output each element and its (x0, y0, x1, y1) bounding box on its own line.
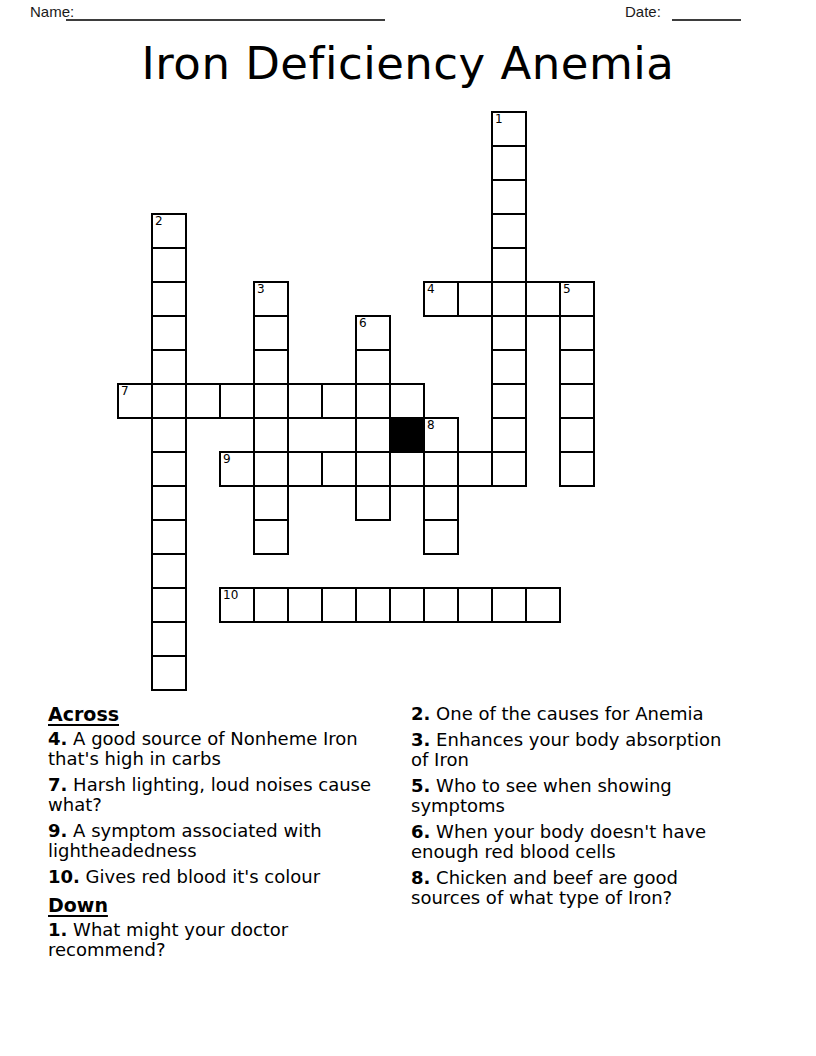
clue-5-line-2: symptoms (411, 796, 751, 816)
grid-cell[interactable] (151, 247, 187, 283)
clue-number: 5 (563, 283, 571, 296)
grid-cell[interactable]: 8 (423, 417, 459, 453)
date-blank-line (672, 19, 741, 21)
grid-cell[interactable] (151, 519, 187, 555)
grid-cell[interactable] (355, 349, 391, 385)
grid-cell[interactable]: 5 (559, 281, 595, 317)
crossword-grid: 12345678910 (117, 111, 595, 691)
clue-number: 4 (427, 283, 435, 296)
grid-cell[interactable] (559, 315, 595, 351)
grid-cell[interactable] (219, 383, 255, 419)
grid-cell[interactable] (423, 587, 459, 623)
clue-1: 1. What might your doctorrecommend? (48, 920, 408, 960)
clue-7-number: 7. (48, 774, 67, 795)
grid-cell[interactable] (151, 655, 187, 691)
down-clues-left: 1. What might your doctorrecommend? (48, 920, 408, 960)
grid-cell[interactable] (491, 349, 527, 385)
grid-cell[interactable] (491, 587, 527, 623)
clue-8-line-2: sources of what type of Iron? (411, 888, 751, 908)
clue-5-number: 5. (411, 775, 430, 796)
clue-4-line-1: 4. A good source of Nonheme Iron (48, 729, 408, 749)
grid-cell[interactable] (151, 451, 187, 487)
clue-5-line-1: 5. Who to see when showing (411, 776, 751, 796)
grid-cell[interactable] (151, 587, 187, 623)
clue-4-line-2: that's high in carbs (48, 749, 408, 769)
grid-cell[interactable] (253, 485, 289, 521)
grid-cell[interactable]: 2 (151, 213, 187, 249)
grid-cell[interactable] (151, 553, 187, 589)
grid-cell[interactable]: 10 (219, 587, 255, 623)
clue-10: 10. Gives red blood it's colour (48, 867, 408, 887)
black-cell (389, 417, 425, 453)
grid-cell[interactable] (355, 451, 391, 487)
grid-cell[interactable] (559, 451, 595, 487)
clue-6-line-1: 6. When your body doesn't have (411, 822, 751, 842)
grid-cell[interactable]: 1 (491, 111, 527, 147)
clue-5: 5. Who to see when showingsymptoms (411, 776, 751, 816)
grid-cell[interactable] (423, 451, 459, 487)
grid-cell[interactable] (253, 519, 289, 555)
clue-number: 1 (495, 113, 503, 126)
clue-1-line-1: 1. What might your doctor (48, 920, 408, 940)
clue-number: 9 (223, 453, 231, 466)
down-heading: Down (48, 893, 408, 917)
grid-cell[interactable] (423, 485, 459, 521)
grid-cell[interactable] (457, 281, 493, 317)
clue-3-line-2: of Iron (411, 750, 751, 770)
grid-cell[interactable]: 3 (253, 281, 289, 317)
clue-number: 7 (121, 385, 129, 398)
down-clues-right: 2. One of the causes for Anemia3. Enhanc… (411, 704, 751, 908)
clue-4: 4. A good source of Nonheme Ironthat's h… (48, 729, 408, 769)
clue-9-number: 9. (48, 820, 67, 841)
grid-cell[interactable] (559, 383, 595, 419)
grid-cell[interactable] (151, 485, 187, 521)
grid-cell[interactable] (287, 451, 323, 487)
grid-cell[interactable] (355, 417, 391, 453)
grid-cell[interactable] (389, 587, 425, 623)
clue-4-number: 4. (48, 728, 67, 749)
grid-cell[interactable] (355, 485, 391, 521)
grid-cell[interactable] (559, 349, 595, 385)
grid-cell[interactable] (491, 451, 527, 487)
grid-cell[interactable] (253, 587, 289, 623)
clue-6-number: 6. (411, 821, 430, 842)
clue-number: 10 (223, 589, 238, 602)
grid-cell[interactable] (253, 451, 289, 487)
clue-9: 9. A symptom associated withlightheadedn… (48, 821, 408, 861)
grid-cell[interactable] (389, 451, 425, 487)
grid-cell[interactable] (525, 281, 561, 317)
grid-cell[interactable] (355, 587, 391, 623)
grid-cell[interactable] (457, 587, 493, 623)
clue-6-line-2: enough red blood cells (411, 842, 751, 862)
grid-cell[interactable]: 9 (219, 451, 255, 487)
clue-number: 6 (359, 317, 367, 330)
clue-9-line-1: 9. A symptom associated with (48, 821, 408, 841)
clue-2: 2. One of the causes for Anemia (411, 704, 751, 724)
grid-cell[interactable] (559, 417, 595, 453)
grid-cell[interactable] (151, 281, 187, 317)
clue-10-line-1: 10. Gives red blood it's colour (48, 867, 408, 887)
clue-number: 2 (155, 215, 163, 228)
page-title: Iron Deficiency Anemia (0, 38, 816, 90)
grid-cell[interactable] (355, 383, 391, 419)
grid-cell[interactable] (491, 145, 527, 181)
grid-cell[interactable] (525, 587, 561, 623)
grid-cell[interactable] (321, 383, 357, 419)
clue-1-number: 1. (48, 919, 67, 940)
grid-cell[interactable] (151, 349, 187, 385)
grid-cell[interactable] (185, 383, 221, 419)
grid-cell[interactable] (253, 349, 289, 385)
date-label: Date: (625, 3, 661, 21)
grid-cell[interactable] (491, 281, 527, 317)
grid-cell[interactable]: 4 (423, 281, 459, 317)
grid-cell[interactable] (491, 383, 527, 419)
grid-cell[interactable] (491, 247, 527, 283)
clue-9-line-2: lightheadedness (48, 841, 408, 861)
grid-cell[interactable] (287, 383, 323, 419)
clue-7-line-2: what? (48, 795, 408, 815)
grid-cell[interactable] (491, 213, 527, 249)
clue-8: 8. Chicken and beef are goodsources of w… (411, 868, 751, 908)
grid-cell[interactable] (491, 315, 527, 351)
grid-cell[interactable] (151, 315, 187, 351)
clue-10-number: 10. (48, 866, 80, 887)
clue-2-number: 2. (411, 703, 430, 724)
clue-1-line-2: recommend? (48, 940, 408, 960)
grid-cell[interactable] (151, 383, 187, 419)
clue-8-number: 8. (411, 867, 430, 888)
clue-6: 6. When your body doesn't haveenough red… (411, 822, 751, 862)
clues-left-column: Across 4. A good source of Nonheme Iront… (48, 702, 408, 966)
grid-cell[interactable] (151, 621, 187, 657)
grid-cell[interactable]: 7 (117, 383, 153, 419)
clue-7-line-1: 7. Harsh lighting, loud noises cause (48, 775, 408, 795)
grid-cell[interactable] (253, 315, 289, 351)
grid-cell[interactable] (389, 383, 425, 419)
across-clues: 4. A good source of Nonheme Ironthat's h… (48, 729, 408, 887)
across-heading: Across (48, 702, 408, 726)
clue-8-line-1: 8. Chicken and beef are good (411, 868, 751, 888)
grid-cell[interactable] (321, 451, 357, 487)
clues-right-column: 2. One of the causes for Anemia3. Enhanc… (411, 702, 751, 914)
grid-cell[interactable] (491, 417, 527, 453)
grid-cell[interactable] (287, 587, 323, 623)
worksheet-page: { "game": "crossword", "position": "....… (0, 0, 816, 1056)
clue-number: 8 (427, 419, 435, 432)
grid-cell[interactable] (151, 417, 187, 453)
grid-cell[interactable]: 6 (355, 315, 391, 351)
clue-2-line-1: 2. One of the causes for Anemia (411, 704, 751, 724)
clue-3: 3. Enhances your body absorptionof Iron (411, 730, 751, 770)
clue-3-line-1: 3. Enhances your body absorption (411, 730, 751, 750)
name-blank-line (66, 19, 385, 21)
grid-cell[interactable] (457, 451, 493, 487)
grid-cell[interactable] (491, 179, 527, 215)
grid-cell[interactable] (423, 519, 459, 555)
clue-3-number: 3. (411, 729, 430, 750)
grid-cell[interactable] (253, 417, 289, 453)
grid-cell[interactable] (321, 587, 357, 623)
clue-number: 3 (257, 283, 265, 296)
clue-7: 7. Harsh lighting, loud noises causewhat… (48, 775, 408, 815)
grid-cell[interactable] (253, 383, 289, 419)
